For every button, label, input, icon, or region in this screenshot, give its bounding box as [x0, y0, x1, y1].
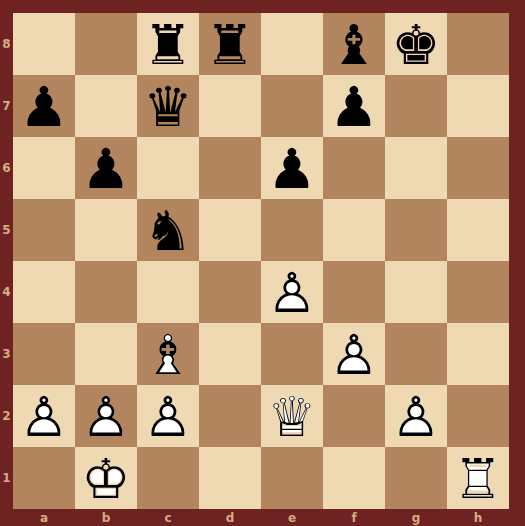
square-f3[interactable]: ♟♙ [323, 323, 385, 385]
square-f1[interactable] [323, 447, 385, 509]
square-b1[interactable]: ♚♔ [75, 447, 137, 509]
black-knight[interactable]: ♞ [137, 199, 199, 261]
square-d7[interactable] [199, 75, 261, 137]
square-e8[interactable] [261, 13, 323, 75]
black-pawn[interactable]: ♟ [75, 137, 137, 199]
square-f6[interactable] [323, 137, 385, 199]
square-h2[interactable] [447, 385, 509, 447]
rank-label-1: 1 [0, 447, 13, 509]
black-rook[interactable]: ♜ [137, 13, 199, 75]
file-label-c: c [137, 509, 199, 526]
square-b4[interactable] [75, 261, 137, 323]
black-rook-glyph: ♜ [199, 13, 261, 75]
square-d6[interactable] [199, 137, 261, 199]
square-e5[interactable] [261, 199, 323, 261]
square-g6[interactable] [385, 137, 447, 199]
white-rook-outline: ♖ [447, 447, 509, 509]
square-e1[interactable] [261, 447, 323, 509]
square-e6[interactable]: ♟ [261, 137, 323, 199]
square-b7[interactable] [75, 75, 137, 137]
white-pawn-outline: ♙ [261, 261, 323, 323]
square-c5[interactable]: ♞ [137, 199, 199, 261]
square-e7[interactable] [261, 75, 323, 137]
square-f8[interactable]: ♝ [323, 13, 385, 75]
square-d8[interactable]: ♜ [199, 13, 261, 75]
square-d4[interactable] [199, 261, 261, 323]
square-g2[interactable]: ♟♙ [385, 385, 447, 447]
white-rook[interactable]: ♜♖ [447, 447, 509, 509]
square-b5[interactable] [75, 199, 137, 261]
square-a5[interactable] [13, 199, 75, 261]
square-h1[interactable]: ♜♖ [447, 447, 509, 509]
square-g4[interactable] [385, 261, 447, 323]
square-g3[interactable] [385, 323, 447, 385]
file-labels: abcdefgh [13, 509, 509, 526]
square-c1[interactable] [137, 447, 199, 509]
square-e2[interactable]: ♛♕ [261, 385, 323, 447]
black-queen[interactable]: ♛ [137, 75, 199, 137]
file-label-a: a [13, 509, 75, 526]
black-knight-glyph: ♞ [137, 199, 199, 261]
rank-label-8: 8 [0, 13, 13, 75]
white-king[interactable]: ♚♔ [75, 447, 137, 509]
square-d2[interactable] [199, 385, 261, 447]
square-h6[interactable] [447, 137, 509, 199]
chess-board-frame: 87654321 ♜♜♝♚♟♛♟♟♟♞♟♙♝♗♟♙♟♙♟♙♟♙♛♕♟♙♚♔♜♖ … [0, 0, 525, 526]
white-bishop-outline: ♗ [137, 323, 199, 385]
black-bishop-glyph: ♝ [323, 13, 385, 75]
file-label-h: h [447, 509, 509, 526]
square-a3[interactable] [13, 323, 75, 385]
white-pawn[interactable]: ♟♙ [75, 385, 137, 447]
square-h5[interactable] [447, 199, 509, 261]
black-queen-glyph: ♛ [137, 75, 199, 137]
file-label-b: b [75, 509, 137, 526]
black-pawn-glyph: ♟ [75, 137, 137, 199]
square-e3[interactable] [261, 323, 323, 385]
rank-label-7: 7 [0, 75, 13, 137]
white-pawn[interactable]: ♟♙ [261, 261, 323, 323]
white-pawn-outline: ♙ [137, 385, 199, 447]
black-pawn[interactable]: ♟ [13, 75, 75, 137]
white-queen-outline: ♕ [261, 385, 323, 447]
square-g5[interactable] [385, 199, 447, 261]
white-pawn-outline: ♙ [75, 385, 137, 447]
square-a6[interactable] [13, 137, 75, 199]
file-label-e: e [261, 509, 323, 526]
rank-label-4: 4 [0, 261, 13, 323]
white-bishop[interactable]: ♝♗ [137, 323, 199, 385]
square-c2[interactable]: ♟♙ [137, 385, 199, 447]
white-pawn[interactable]: ♟♙ [323, 323, 385, 385]
black-pawn-glyph: ♟ [261, 137, 323, 199]
black-pawn[interactable]: ♟ [323, 75, 385, 137]
square-h7[interactable] [447, 75, 509, 137]
square-c4[interactable] [137, 261, 199, 323]
square-f4[interactable] [323, 261, 385, 323]
square-f5[interactable] [323, 199, 385, 261]
square-d5[interactable] [199, 199, 261, 261]
black-pawn[interactable]: ♟ [261, 137, 323, 199]
file-label-f: f [323, 509, 385, 526]
rank-label-5: 5 [0, 199, 13, 261]
square-f7[interactable]: ♟ [323, 75, 385, 137]
black-rook[interactable]: ♜ [199, 13, 261, 75]
square-d1[interactable] [199, 447, 261, 509]
square-a8[interactable] [13, 13, 75, 75]
square-h4[interactable] [447, 261, 509, 323]
white-king-outline: ♔ [75, 447, 137, 509]
square-b3[interactable] [75, 323, 137, 385]
square-h8[interactable] [447, 13, 509, 75]
black-king-glyph: ♚ [385, 13, 447, 75]
white-pawn-outline: ♙ [323, 323, 385, 385]
black-rook-glyph: ♜ [137, 13, 199, 75]
square-g7[interactable] [385, 75, 447, 137]
white-pawn[interactable]: ♟♙ [13, 385, 75, 447]
square-c7[interactable]: ♛ [137, 75, 199, 137]
board: ♜♜♝♚♟♛♟♟♟♞♟♙♝♗♟♙♟♙♟♙♟♙♛♕♟♙♚♔♜♖ [13, 13, 509, 509]
file-label-d: d [199, 509, 261, 526]
square-h3[interactable] [447, 323, 509, 385]
square-d3[interactable] [199, 323, 261, 385]
white-queen[interactable]: ♛♕ [261, 385, 323, 447]
square-c3[interactable]: ♝♗ [137, 323, 199, 385]
black-pawn-glyph: ♟ [323, 75, 385, 137]
file-label-g: g [385, 509, 447, 526]
white-pawn-outline: ♙ [13, 385, 75, 447]
square-a4[interactable] [13, 261, 75, 323]
square-c6[interactable] [137, 137, 199, 199]
white-pawn-outline: ♙ [385, 385, 447, 447]
square-c8[interactable]: ♜ [137, 13, 199, 75]
rank-labels: 87654321 [0, 13, 13, 509]
white-pawn[interactable]: ♟♙ [137, 385, 199, 447]
black-pawn-glyph: ♟ [13, 75, 75, 137]
square-g8[interactable]: ♚ [385, 13, 447, 75]
white-pawn[interactable]: ♟♙ [385, 385, 447, 447]
square-f2[interactable] [323, 385, 385, 447]
square-e4[interactable]: ♟♙ [261, 261, 323, 323]
square-a1[interactable] [13, 447, 75, 509]
rank-label-3: 3 [0, 323, 13, 385]
rank-label-2: 2 [0, 385, 13, 447]
black-king[interactable]: ♚ [385, 13, 447, 75]
square-a2[interactable]: ♟♙ [13, 385, 75, 447]
square-g1[interactable] [385, 447, 447, 509]
black-bishop[interactable]: ♝ [323, 13, 385, 75]
square-b6[interactable]: ♟ [75, 137, 137, 199]
square-b8[interactable] [75, 13, 137, 75]
rank-label-6: 6 [0, 137, 13, 199]
square-b2[interactable]: ♟♙ [75, 385, 137, 447]
square-a7[interactable]: ♟ [13, 75, 75, 137]
